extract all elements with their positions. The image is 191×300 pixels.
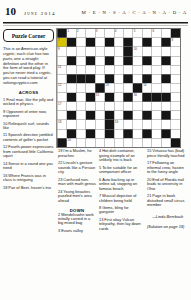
black-cell <box>86 56 95 65</box>
grid-cell[interactable] <box>76 102 85 111</box>
black-cell <box>105 93 114 102</box>
grid-cell[interactable] <box>86 29 95 38</box>
grid-cell[interactable] <box>58 129 67 138</box>
black-cell <box>67 38 76 47</box>
black-cell <box>105 111 114 120</box>
clue-number: 12 <box>3 145 8 150</box>
clue-number: 12 <box>58 84 61 87</box>
clue-number: 13 <box>105 84 108 87</box>
black-cell <box>86 129 95 138</box>
grid-cell[interactable] <box>152 56 161 65</box>
clue-number: 16 <box>3 173 8 178</box>
grid-cell[interactable] <box>152 102 161 111</box>
grid-cell[interactable]: 3 <box>95 29 104 38</box>
clue-number: 6 <box>99 177 102 182</box>
grid-cell[interactable]: 12 <box>58 84 67 93</box>
black-cell <box>162 129 171 138</box>
grid-cell[interactable] <box>171 129 180 138</box>
across-clue-14: 14Sense in a round one you need <box>3 162 54 171</box>
grid-cell[interactable] <box>95 120 104 129</box>
black-cell <box>76 75 85 84</box>
grid-cell[interactable] <box>114 47 123 56</box>
black-cell <box>162 75 171 84</box>
grid-cell[interactable] <box>114 38 123 47</box>
grid-cell[interactable] <box>124 102 133 111</box>
grid-cell[interactable] <box>114 138 123 147</box>
clue-number: 20 <box>67 138 70 141</box>
grid-cell[interactable] <box>171 120 180 129</box>
grid-cell[interactable] <box>133 120 142 129</box>
black-cell <box>86 75 95 84</box>
black-cell <box>143 75 152 84</box>
grid-cell[interactable] <box>67 84 76 93</box>
grid-cell[interactable] <box>152 138 161 147</box>
grid-cell[interactable] <box>143 120 152 129</box>
clue-number: 18 <box>58 120 61 123</box>
grid-cell[interactable]: 6 <box>152 29 161 38</box>
clue-number: 11 <box>3 133 8 138</box>
black-cell <box>162 56 171 65</box>
grid-cell[interactable] <box>171 102 180 111</box>
grid-cell[interactable] <box>124 138 133 147</box>
grid-cell[interactable] <box>114 84 123 93</box>
crossword-grid: 1234567891011121314151617181920 <box>57 28 182 148</box>
masthead: M · E · N · S · A · C · A · N · A · D · … <box>82 10 187 15</box>
clue-number: 5 <box>134 29 136 32</box>
grid-cell[interactable] <box>171 56 180 65</box>
solution-note: (Solution on page 19) <box>147 225 188 230</box>
black-cell <box>95 84 104 93</box>
grid-cell[interactable] <box>105 29 114 38</box>
down-clue-6: 6Auto backing up in online ad, stopping … <box>99 177 144 190</box>
grid-cell[interactable] <box>162 120 171 129</box>
grid-cell[interactable] <box>58 93 67 102</box>
black-cell <box>105 38 114 47</box>
down-clue-13: 13First okay Vulcan telepathy, then lay … <box>99 218 144 231</box>
puzzle-corner-box: Puzzle Corner <box>3 29 54 42</box>
grid-cell[interactable] <box>76 129 85 138</box>
grid-cell[interactable] <box>171 75 180 84</box>
grid-cell[interactable] <box>67 65 76 74</box>
across-clue-23: 23Confused non-man with math genius <box>58 177 96 186</box>
across-clue-19: 19I'm a Muslim, he preaches <box>58 149 96 158</box>
grid-cell[interactable] <box>86 65 95 74</box>
clue-number: 19 <box>115 120 118 123</box>
intro-text: This is an American-style cryptic; each … <box>3 47 54 85</box>
clue-number: 3 <box>58 228 61 233</box>
black-cell <box>67 111 76 120</box>
clue-number: 3 <box>96 29 98 32</box>
clue-number: 11 <box>58 65 61 68</box>
black-cell <box>124 111 133 120</box>
grid-cell[interactable] <box>143 47 152 56</box>
issue-date: June 2014 <box>24 10 56 16</box>
clue-number: 4 <box>99 149 102 154</box>
clue-number: 5 <box>99 165 102 170</box>
across-clue-1: 1Final man, like the jolly and wicked in… <box>3 97 54 106</box>
grid-cell[interactable] <box>162 47 171 56</box>
clue-number: 24 <box>58 189 63 194</box>
across-clue-22: 22Lincoln's gesture sounds like a Persia… <box>58 161 96 174</box>
black-cell <box>143 129 152 138</box>
black-cell <box>124 93 133 102</box>
down-clue-20: 20End of Florida trail leads to universi… <box>147 177 188 190</box>
clue-number: 9 <box>3 109 6 114</box>
down-clue-3: 3Evans valley <box>58 229 96 233</box>
black-cell <box>133 84 142 93</box>
clue-number: 4 <box>115 29 117 32</box>
clue-number: 18 <box>3 185 8 190</box>
grid-cell[interactable] <box>105 102 114 111</box>
grid-cell[interactable] <box>162 65 171 74</box>
grid-cell[interactable]: 18 <box>58 120 67 129</box>
clue-number: 2 <box>58 212 61 217</box>
grid-cell[interactable] <box>95 56 104 65</box>
left-column: Puzzle Corner This is an American-style … <box>3 29 54 190</box>
grid-cell[interactable] <box>95 38 104 47</box>
grid-cell[interactable]: 11 <box>58 65 67 74</box>
grid-cell[interactable]: 16 <box>133 93 142 102</box>
grid-cell[interactable] <box>95 138 104 147</box>
down-clues-part3: 15Virtuoso has (bad) piece literally tou… <box>147 149 188 207</box>
grid-cell[interactable] <box>152 120 161 129</box>
clue-number: 2 <box>77 29 79 32</box>
across-clue-11: 11Spanish direction jumbled contents of … <box>3 133 54 142</box>
clue-number: 1 <box>67 29 69 32</box>
clue-number: 16 <box>134 93 137 96</box>
black-cell <box>152 93 161 102</box>
grid-cell[interactable]: 20 <box>67 138 76 147</box>
grid-cell[interactable] <box>114 75 123 84</box>
grid-cell[interactable]: 10 <box>133 47 142 56</box>
black-cell <box>67 75 76 84</box>
clue-number: 19 <box>58 149 63 154</box>
down-clue-5: 5To be suitable for an unimportant offic… <box>99 165 144 174</box>
clue-number: 14 <box>143 84 146 87</box>
black-cell <box>105 56 114 65</box>
black-cell <box>124 129 133 138</box>
grid-cell[interactable] <box>86 138 95 147</box>
black-cell <box>162 111 171 120</box>
grid-cell[interactable] <box>152 129 161 138</box>
grid-cell[interactable]: 19 <box>114 120 123 129</box>
grid-cell[interactable] <box>105 47 114 56</box>
down-clue-17: 17Following an informal crew, hasten to … <box>147 161 188 174</box>
grid-cell[interactable] <box>76 93 85 102</box>
black-cell <box>143 38 152 47</box>
across-clue-9: 9Opponent of enter now, exponent <box>3 109 54 118</box>
grid-cell[interactable] <box>67 102 76 111</box>
clue-number: 21 <box>147 193 152 198</box>
grid-cell[interactable] <box>133 38 142 47</box>
grid-cell[interactable] <box>114 93 123 102</box>
grid-cell[interactable] <box>95 129 104 138</box>
black-cell <box>67 129 76 138</box>
grid-cell[interactable] <box>152 65 161 74</box>
grid-cell[interactable] <box>76 84 85 93</box>
black-cell <box>67 93 76 102</box>
clue-number: 8 <box>172 38 174 41</box>
grid-cell[interactable] <box>114 102 123 111</box>
grid-cell[interactable] <box>152 75 161 84</box>
black-cell <box>171 138 180 147</box>
grid-cell[interactable] <box>76 65 85 74</box>
grid-cell[interactable] <box>152 111 161 120</box>
grid-cell[interactable] <box>152 47 161 56</box>
black-cell <box>162 38 171 47</box>
header-rule-thin <box>3 25 188 26</box>
grid-cell[interactable] <box>152 38 161 47</box>
grid-cell[interactable] <box>133 75 142 84</box>
grid-cell[interactable]: 17 <box>58 102 67 111</box>
across-clue-16: 16Where Francis was in class is intrigui… <box>3 174 54 183</box>
grid-cell[interactable] <box>114 56 123 65</box>
clue-number: 1 <box>3 97 6 102</box>
clue-column-4: 15Virtuoso has (bad) piece literally tou… <box>147 149 188 229</box>
grid-cell[interactable] <box>86 102 95 111</box>
grid-cell[interactable] <box>76 56 85 65</box>
across-clues-part1: 1Final man, like the jolly and wicked in… <box>3 97 54 190</box>
clue-number: 6 <box>153 29 155 32</box>
grid-cell[interactable] <box>133 65 142 74</box>
grid-cell[interactable]: 1 <box>67 29 76 38</box>
grid-cell[interactable] <box>133 56 142 65</box>
grid-cell[interactable] <box>95 47 104 56</box>
grid-cell[interactable]: 7 <box>58 38 67 47</box>
grid-cell[interactable]: 4 <box>114 29 123 38</box>
across-clue-18: 18Pair of Beet- hoven's trio <box>3 186 54 190</box>
grid-cell[interactable] <box>67 120 76 129</box>
grid-cell[interactable] <box>95 75 104 84</box>
grid-cell[interactable] <box>76 38 85 47</box>
grid-cell[interactable] <box>76 120 85 129</box>
grid-cell[interactable] <box>133 102 142 111</box>
clue-number: 23 <box>58 177 63 182</box>
black-cell <box>86 111 95 120</box>
black-cell <box>171 29 180 38</box>
down-clue-8: 8Gems, bling for gangster <box>99 206 144 215</box>
down-clue-7: 7Musical depiction of children being hel… <box>99 194 144 203</box>
grid-cell[interactable] <box>162 29 171 38</box>
clue-number: 14 <box>3 161 8 166</box>
black-cell <box>124 75 133 84</box>
grid-cell[interactable] <box>86 120 95 129</box>
grid-cell[interactable] <box>162 102 171 111</box>
down-clue-4: 4Hot dish container, giving example of a… <box>99 149 144 162</box>
grid-cell[interactable] <box>95 102 104 111</box>
grid-cell[interactable] <box>124 120 133 129</box>
grid-cell[interactable] <box>171 84 180 93</box>
black-cell <box>67 56 76 65</box>
grid-cell[interactable] <box>105 138 114 147</box>
page-number: 10 <box>5 5 16 18</box>
grid-cell[interactable] <box>67 47 76 56</box>
grid-cell[interactable] <box>162 138 171 147</box>
clue-column-3: 4Hot dish container, giving example of a… <box>99 149 144 231</box>
grid-cell[interactable] <box>143 65 152 74</box>
black-cell <box>143 111 152 120</box>
grid-cell[interactable]: 14 <box>143 84 152 93</box>
grid-cell[interactable]: 2 <box>76 29 85 38</box>
black-cell <box>58 29 67 38</box>
clue-number: 17 <box>58 102 61 105</box>
clue-column-2: 19I'm a Muslim, he preaches22Lincoln's g… <box>58 149 96 233</box>
clue-number: 17 <box>147 160 152 165</box>
down-clue-2: 2Mendelssohn work initially carried in a… <box>58 212 96 225</box>
grid-cell[interactable]: 5 <box>133 29 142 38</box>
down-clues-part2: 4Hot dish container, giving example of a… <box>99 149 144 231</box>
clue-number: 10 <box>3 121 8 126</box>
clue-number: 20 <box>147 177 152 182</box>
black-cell <box>124 56 133 65</box>
grid-cell[interactable] <box>58 111 67 120</box>
grid-cell[interactable] <box>86 47 95 56</box>
grid-cell[interactable] <box>143 138 152 147</box>
grid-cell[interactable] <box>58 75 67 84</box>
grid-cell[interactable] <box>143 102 152 111</box>
header-rule <box>3 22 188 24</box>
grid-cell[interactable]: 8 <box>171 38 180 47</box>
clue-number: 7 <box>58 38 60 41</box>
across-clues-part2: 19I'm a Muslim, he preaches22Lincoln's g… <box>58 149 96 203</box>
black-cell <box>105 75 114 84</box>
black-cell <box>58 138 67 147</box>
grid-cell[interactable] <box>171 93 180 102</box>
grid-cell[interactable]: 15 <box>95 93 104 102</box>
grid-cell[interactable] <box>114 129 123 138</box>
byline: —Linda Beerbach <box>147 214 188 219</box>
grid-cell[interactable] <box>95 111 104 120</box>
puzzle-corner-title: Puzzle Corner <box>12 33 46 39</box>
across-header: ACROSS <box>3 89 54 94</box>
clue-number: 15 <box>147 149 152 154</box>
clue-number: 22 <box>58 160 63 165</box>
black-cell <box>105 129 114 138</box>
down-clue-15: 15Virtuoso has (bad) piece literally tou… <box>147 149 188 158</box>
grid-cell[interactable] <box>76 138 85 147</box>
down-clue-21: 21Page in book disturbed small circus me… <box>147 194 188 207</box>
grid-cell[interactable] <box>133 138 142 147</box>
black-cell <box>105 120 114 129</box>
grid-cell[interactable] <box>76 47 85 56</box>
grid-cell[interactable] <box>171 65 180 74</box>
black-cell <box>124 38 133 47</box>
grid-cell[interactable] <box>152 84 161 93</box>
grid-cell[interactable] <box>114 111 123 120</box>
grid-cell[interactable] <box>76 111 85 120</box>
across-clue-24: 24Young beauties puzzled men's area ahea… <box>58 189 96 202</box>
black-cell <box>124 47 133 56</box>
black-cell <box>86 38 95 47</box>
grid-cell[interactable]: 9 <box>58 47 67 56</box>
clue-number: 9 <box>58 47 60 50</box>
clue-number: 10 <box>134 47 137 50</box>
magazine-page: 10 June 2014 M · E · N · S · A · C · A ·… <box>0 0 191 300</box>
clue-number: 7 <box>99 193 102 198</box>
black-cell <box>162 93 171 102</box>
grid-cell[interactable] <box>95 65 104 74</box>
clue-number: 13 <box>99 217 104 222</box>
grid-cell[interactable] <box>124 65 133 74</box>
grid-cell[interactable] <box>162 84 171 93</box>
grid-cell[interactable] <box>58 56 67 65</box>
grid-cell[interactable] <box>86 84 95 93</box>
grid-cell[interactable]: 13 <box>105 84 114 93</box>
grid-cell[interactable] <box>133 129 142 138</box>
grid-cell[interactable] <box>124 84 133 93</box>
grid-cell[interactable] <box>143 29 152 38</box>
black-cell <box>143 93 152 102</box>
down-clues-part1: 2Mendelssohn work initially carried in a… <box>58 212 96 233</box>
black-cell <box>143 56 152 65</box>
grid-cell[interactable] <box>171 47 180 56</box>
grid-cell[interactable] <box>124 29 133 38</box>
across-clue-10: 10Relinquish surf, sounds like <box>3 121 54 130</box>
clue-number: 15 <box>96 93 99 96</box>
grid-cell[interactable] <box>171 111 180 120</box>
clue-number: 8 <box>99 205 102 210</box>
black-cell <box>86 93 95 102</box>
grid-cell[interactable] <box>105 65 114 74</box>
grid-cell[interactable] <box>114 65 123 74</box>
grid-cell[interactable] <box>133 111 142 120</box>
across-clue-12: 12Fourth-power expressions from confused… <box>3 145 54 158</box>
